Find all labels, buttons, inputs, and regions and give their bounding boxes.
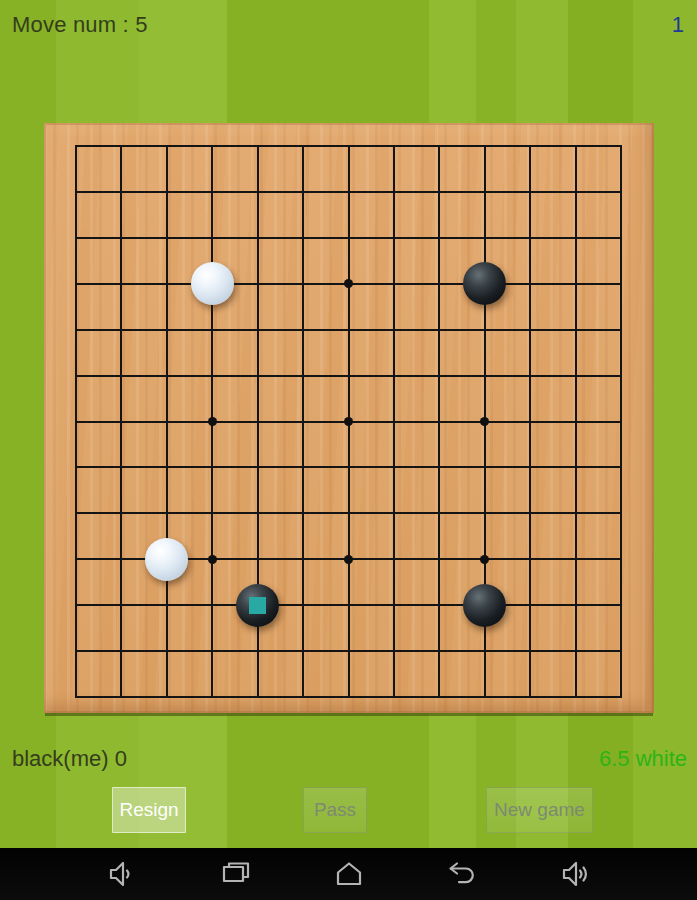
resign-button[interactable]: Resign bbox=[112, 787, 186, 833]
star-point bbox=[208, 555, 217, 564]
star-point bbox=[344, 417, 353, 426]
last-move-marker bbox=[249, 597, 266, 614]
grid-line-horizontal bbox=[75, 650, 622, 652]
stone-black bbox=[463, 262, 506, 305]
star-point bbox=[208, 417, 217, 426]
go-board[interactable] bbox=[44, 123, 654, 713]
home-icon[interactable] bbox=[331, 859, 367, 889]
grid-line-vertical bbox=[575, 145, 577, 698]
grid-line-vertical bbox=[529, 145, 531, 698]
pass-button[interactable]: Pass bbox=[303, 787, 367, 833]
stone-white bbox=[145, 538, 188, 581]
grid-line-horizontal bbox=[75, 466, 622, 468]
grid-line-horizontal bbox=[75, 696, 622, 698]
stone-white bbox=[191, 262, 234, 305]
go-app-screen: Move num : 5 1 black(me) 0 6.5 white Res… bbox=[0, 0, 697, 900]
stone-black bbox=[463, 584, 506, 627]
volume-up-icon[interactable] bbox=[558, 859, 594, 889]
grid-line-horizontal bbox=[75, 604, 622, 606]
android-nav-bar bbox=[0, 848, 697, 900]
recent-apps-icon[interactable] bbox=[218, 859, 254, 889]
grid-line-vertical bbox=[438, 145, 440, 698]
grid-line-horizontal bbox=[75, 512, 622, 514]
star-point bbox=[480, 417, 489, 426]
grid-line-vertical bbox=[393, 145, 395, 698]
star-point bbox=[344, 555, 353, 564]
stone-black bbox=[236, 584, 279, 627]
counter-value: 1 bbox=[672, 12, 684, 38]
volume-down-icon[interactable] bbox=[103, 859, 139, 889]
black-score-label: black(me) 0 bbox=[12, 746, 127, 772]
white-komi-label: 6.5 white bbox=[599, 746, 687, 772]
move-number-label: Move num : 5 bbox=[12, 12, 148, 38]
new-game-button[interactable]: New game bbox=[486, 787, 593, 833]
back-icon[interactable] bbox=[444, 859, 480, 889]
grid-line-vertical bbox=[620, 145, 622, 698]
star-point bbox=[344, 279, 353, 288]
star-point bbox=[480, 555, 489, 564]
